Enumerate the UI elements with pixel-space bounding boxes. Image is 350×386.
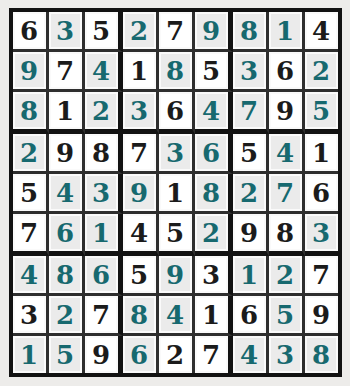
sudoku-cell-r9c4[interactable]: 6 bbox=[123, 336, 159, 373]
sudoku-cell-r1c2[interactable]: 3 bbox=[49, 12, 85, 52]
sudoku-cell-r4c9[interactable]: 1 bbox=[305, 134, 338, 174]
sudoku-cell-r7c6[interactable]: 3 bbox=[195, 256, 233, 296]
sudoku-cell-r8c3[interactable]: 7 bbox=[85, 296, 123, 336]
sudoku-cell-r7c4[interactable]: 5 bbox=[123, 256, 159, 296]
sudoku-cell-r1c9[interactable]: 4 bbox=[305, 12, 338, 52]
sudoku-cell-r4c2[interactable]: 9 bbox=[49, 134, 85, 174]
sudoku-cell-r1c7[interactable]: 8 bbox=[233, 12, 269, 52]
sudoku-cell-r4c7[interactable]: 5 bbox=[233, 134, 269, 174]
sudoku-cell-r3c6[interactable]: 4 bbox=[195, 92, 233, 134]
sudoku-cell-r2c8[interactable]: 6 bbox=[269, 52, 305, 92]
sudoku-cell-r4c5[interactable]: 3 bbox=[159, 134, 195, 174]
sudoku-cell-r7c5[interactable]: 9 bbox=[159, 256, 195, 296]
sudoku-cell-r2c4[interactable]: 1 bbox=[123, 52, 159, 92]
sudoku-cell-r5c1[interactable]: 5 bbox=[13, 174, 49, 214]
sudoku-cell-r8c9[interactable]: 9 bbox=[305, 296, 338, 336]
sudoku-cell-r9c3[interactable]: 9 bbox=[85, 336, 123, 373]
sudoku-cell-r6c6[interactable]: 2 bbox=[195, 214, 233, 256]
sudoku-cell-r3c8[interactable]: 9 bbox=[269, 92, 305, 134]
sudoku-cell-r3c1[interactable]: 8 bbox=[13, 92, 49, 134]
sudoku-cell-r4c1[interactable]: 2 bbox=[13, 134, 49, 174]
sudoku-cell-r8c4[interactable]: 8 bbox=[123, 296, 159, 336]
sudoku-cell-r6c8[interactable]: 8 bbox=[269, 214, 305, 256]
sudoku-cell-r8c1[interactable]: 3 bbox=[13, 296, 49, 336]
sudoku-cell-r5c8[interactable]: 7 bbox=[269, 174, 305, 214]
sudoku-cell-r4c6[interactable]: 6 bbox=[195, 134, 233, 174]
sudoku-cell-r1c6[interactable]: 9 bbox=[195, 12, 233, 52]
sudoku-cell-r1c1[interactable]: 6 bbox=[13, 12, 49, 52]
sudoku-cell-r6c2[interactable]: 6 bbox=[49, 214, 85, 256]
sudoku-cell-r6c1[interactable]: 7 bbox=[13, 214, 49, 256]
sudoku-cell-r2c6[interactable]: 5 bbox=[195, 52, 233, 92]
sudoku-cell-r7c7[interactable]: 1 bbox=[233, 256, 269, 296]
sudoku-cell-r3c5[interactable]: 6 bbox=[159, 92, 195, 134]
sudoku-cell-r5c5[interactable]: 1 bbox=[159, 174, 195, 214]
sudoku-cell-r6c7[interactable]: 9 bbox=[233, 214, 269, 256]
sudoku-cell-r7c1[interactable]: 4 bbox=[13, 256, 49, 296]
sudoku-board: 6352798149741853628123647952987365415439… bbox=[9, 8, 342, 377]
sudoku-cell-r7c2[interactable]: 8 bbox=[49, 256, 85, 296]
sudoku-cell-r9c5[interactable]: 2 bbox=[159, 336, 195, 373]
sudoku-cell-r1c3[interactable]: 5 bbox=[85, 12, 123, 52]
sudoku-cell-r9c6[interactable]: 7 bbox=[195, 336, 233, 373]
sudoku-cell-r6c9[interactable]: 3 bbox=[305, 214, 338, 256]
sudoku-cell-r5c3[interactable]: 3 bbox=[85, 174, 123, 214]
sudoku-cell-r5c2[interactable]: 4 bbox=[49, 174, 85, 214]
sudoku-cell-r5c6[interactable]: 8 bbox=[195, 174, 233, 214]
sudoku-cell-r4c4[interactable]: 7 bbox=[123, 134, 159, 174]
sudoku-cell-r3c4[interactable]: 3 bbox=[123, 92, 159, 134]
sudoku-cell-r5c7[interactable]: 2 bbox=[233, 174, 269, 214]
sudoku-cell-r1c5[interactable]: 7 bbox=[159, 12, 195, 52]
sudoku-cell-r8c7[interactable]: 6 bbox=[233, 296, 269, 336]
sudoku-cell-r2c7[interactable]: 3 bbox=[233, 52, 269, 92]
sudoku-cell-r1c8[interactable]: 1 bbox=[269, 12, 305, 52]
sudoku-cell-r7c9[interactable]: 7 bbox=[305, 256, 338, 296]
sudoku-cell-r8c6[interactable]: 1 bbox=[195, 296, 233, 336]
sudoku-page: 6352798149741853628123647952987365415439… bbox=[0, 0, 350, 386]
sudoku-cell-r2c5[interactable]: 8 bbox=[159, 52, 195, 92]
sudoku-cell-r9c2[interactable]: 5 bbox=[49, 336, 85, 373]
sudoku-cell-r9c1[interactable]: 1 bbox=[13, 336, 49, 373]
sudoku-cell-r9c7[interactable]: 4 bbox=[233, 336, 269, 373]
sudoku-cell-r8c8[interactable]: 5 bbox=[269, 296, 305, 336]
sudoku-cell-r9c8[interactable]: 3 bbox=[269, 336, 305, 373]
sudoku-cell-r3c3[interactable]: 2 bbox=[85, 92, 123, 134]
sudoku-cell-r4c3[interactable]: 8 bbox=[85, 134, 123, 174]
sudoku-cell-r9c9[interactable]: 8 bbox=[305, 336, 338, 373]
sudoku-cell-r8c5[interactable]: 4 bbox=[159, 296, 195, 336]
sudoku-cell-r2c1[interactable]: 9 bbox=[13, 52, 49, 92]
sudoku-cell-r3c2[interactable]: 1 bbox=[49, 92, 85, 134]
sudoku-cell-r5c9[interactable]: 6 bbox=[305, 174, 338, 214]
sudoku-cell-r6c5[interactable]: 5 bbox=[159, 214, 195, 256]
sudoku-cell-r2c3[interactable]: 4 bbox=[85, 52, 123, 92]
sudoku-cell-r6c4[interactable]: 4 bbox=[123, 214, 159, 256]
sudoku-cell-r8c2[interactable]: 2 bbox=[49, 296, 85, 336]
sudoku-cell-r3c7[interactable]: 7 bbox=[233, 92, 269, 134]
sudoku-cell-r6c3[interactable]: 1 bbox=[85, 214, 123, 256]
sudoku-cell-r5c4[interactable]: 9 bbox=[123, 174, 159, 214]
sudoku-cell-r3c9[interactable]: 5 bbox=[305, 92, 338, 134]
sudoku-cell-r7c8[interactable]: 2 bbox=[269, 256, 305, 296]
sudoku-cell-r1c4[interactable]: 2 bbox=[123, 12, 159, 52]
sudoku-cell-r4c8[interactable]: 4 bbox=[269, 134, 305, 174]
sudoku-cell-r7c3[interactable]: 6 bbox=[85, 256, 123, 296]
sudoku-cell-r2c2[interactable]: 7 bbox=[49, 52, 85, 92]
sudoku-cell-r2c9[interactable]: 2 bbox=[305, 52, 338, 92]
